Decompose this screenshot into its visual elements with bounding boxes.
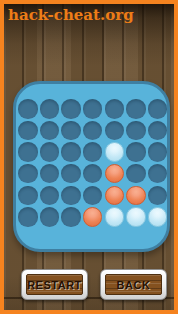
cyan-disc-r5c5 bbox=[126, 207, 146, 227]
hole-r4c1[interactable] bbox=[40, 186, 60, 206]
hole-r2c5[interactable] bbox=[126, 142, 146, 162]
restart-button[interactable]: RESTART bbox=[21, 269, 88, 300]
hole-r4c0[interactable] bbox=[18, 186, 38, 206]
hole-r1c5[interactable] bbox=[126, 121, 146, 141]
cyan-disc-r5c4 bbox=[105, 207, 125, 227]
hole-r0c6[interactable] bbox=[148, 99, 168, 119]
hole-r1c6[interactable] bbox=[148, 121, 168, 141]
hole-r3c0[interactable] bbox=[18, 164, 38, 184]
hole-r2c2[interactable] bbox=[61, 142, 81, 162]
hole-r5c2[interactable] bbox=[61, 207, 81, 227]
hole-r0c0[interactable] bbox=[18, 99, 38, 119]
cyan-disc-r5c6 bbox=[148, 207, 168, 227]
back-button[interactable]: BACK bbox=[100, 269, 167, 300]
hole-r0c4[interactable] bbox=[105, 99, 125, 119]
orange-disc-r4c4 bbox=[105, 186, 125, 206]
hole-r0c3[interactable] bbox=[83, 99, 103, 119]
hole-r0c1[interactable] bbox=[40, 99, 60, 119]
hole-r4c6[interactable] bbox=[148, 186, 168, 206]
orange-disc-r3c4 bbox=[105, 164, 125, 184]
hole-r4c3[interactable] bbox=[83, 186, 103, 206]
hole-r3c6[interactable] bbox=[148, 164, 168, 184]
hole-r0c5[interactable] bbox=[126, 99, 146, 119]
watermark-title: hack-cheat.org bbox=[8, 5, 134, 25]
cyan-disc-r2c4 bbox=[105, 142, 125, 162]
hole-r3c2[interactable] bbox=[61, 164, 81, 184]
hole-r2c6[interactable] bbox=[148, 142, 168, 162]
orange-disc-r4c5 bbox=[126, 186, 146, 206]
restart-button-label: RESTART bbox=[27, 279, 82, 291]
hole-r1c0[interactable] bbox=[18, 121, 38, 141]
hole-r1c3[interactable] bbox=[83, 121, 103, 141]
game-screen: hack-cheat.org RESTART BACK bbox=[0, 0, 178, 314]
hole-r5c1[interactable] bbox=[40, 207, 60, 227]
board-grid bbox=[17, 98, 168, 228]
hole-r1c2[interactable] bbox=[61, 121, 81, 141]
hole-r3c1[interactable] bbox=[40, 164, 60, 184]
hole-r4c2[interactable] bbox=[61, 186, 81, 206]
hole-r2c1[interactable] bbox=[40, 142, 60, 162]
hole-r0c2[interactable] bbox=[61, 99, 81, 119]
back-button-label: BACK bbox=[117, 279, 151, 291]
hole-r2c3[interactable] bbox=[83, 142, 103, 162]
hole-r1c1[interactable] bbox=[40, 121, 60, 141]
orange-disc-r5c3 bbox=[83, 207, 103, 227]
hole-r5c0[interactable] bbox=[18, 207, 38, 227]
connect-four-board bbox=[13, 81, 170, 252]
restart-button-panel: RESTART bbox=[26, 274, 83, 295]
hole-r3c3[interactable] bbox=[83, 164, 103, 184]
back-button-panel: BACK bbox=[105, 274, 162, 295]
hole-r3c5[interactable] bbox=[126, 164, 146, 184]
hole-r1c4[interactable] bbox=[105, 121, 125, 141]
hole-r2c0[interactable] bbox=[18, 142, 38, 162]
